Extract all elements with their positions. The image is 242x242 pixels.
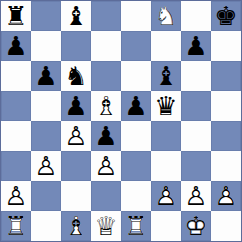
- black-bishop-f6[interactable]: ♝: [151, 61, 181, 91]
- black-pawn-e5[interactable]: ♟: [121, 91, 151, 121]
- square-h3[interactable]: [211, 151, 241, 181]
- piece-glyph: ♛: [151, 91, 181, 121]
- square-d6[interactable]: [91, 61, 121, 91]
- square-e3[interactable]: [121, 151, 151, 181]
- chess-board: ♜♝♞♘♚♟♟♟♞♝♟♝♗♟♛♟♙♟♟♙♟♙♟♙♟♙♟♙♟♙♜♖♝♗♛♕♜♖♚♔: [0, 0, 242, 242]
- piece-glyph: ♝: [151, 61, 181, 91]
- square-f5[interactable]: ♛: [151, 91, 181, 121]
- black-pawn-c5[interactable]: ♟: [61, 91, 91, 121]
- black-pawn-d4[interactable]: ♟: [91, 121, 121, 151]
- white-pawn-c4[interactable]: ♟♙: [61, 121, 91, 151]
- white-pawn-a2[interactable]: ♟♙: [1, 181, 31, 211]
- square-d3[interactable]: ♟♙: [91, 151, 121, 181]
- black-king-h8[interactable]: ♚: [211, 1, 241, 31]
- square-d4[interactable]: ♟: [91, 121, 121, 151]
- square-c7[interactable]: [61, 31, 91, 61]
- piece-outline-glyph: ♙: [211, 181, 241, 211]
- black-pawn-b6[interactable]: ♟: [31, 61, 61, 91]
- square-a7[interactable]: ♟: [1, 31, 31, 61]
- piece-outline-glyph: ♘: [151, 1, 181, 31]
- black-pawn-g7[interactable]: ♟: [181, 31, 211, 61]
- square-e7[interactable]: [121, 31, 151, 61]
- piece-glyph: ♞: [61, 61, 91, 91]
- square-h5[interactable]: [211, 91, 241, 121]
- square-b6[interactable]: ♟: [31, 61, 61, 91]
- piece-glyph: ♝: [61, 1, 91, 31]
- square-h2[interactable]: ♟♙: [211, 181, 241, 211]
- piece-outline-glyph: ♙: [61, 121, 91, 151]
- square-h6[interactable]: [211, 61, 241, 91]
- square-a1[interactable]: ♜♖: [1, 211, 31, 241]
- white-bishop-c1[interactable]: ♝♗: [61, 211, 91, 241]
- piece-glyph: ♟: [181, 31, 211, 61]
- square-a2[interactable]: ♟♙: [1, 181, 31, 211]
- square-h1[interactable]: [211, 211, 241, 241]
- piece-glyph: ♚: [211, 1, 241, 31]
- square-a3[interactable]: [1, 151, 31, 181]
- white-pawn-h2[interactable]: ♟♙: [211, 181, 241, 211]
- square-c1[interactable]: ♝♗: [61, 211, 91, 241]
- square-d7[interactable]: [91, 31, 121, 61]
- square-c2[interactable]: [61, 181, 91, 211]
- square-g8[interactable]: [181, 1, 211, 31]
- square-h8[interactable]: ♚: [211, 1, 241, 31]
- white-queen-d1[interactable]: ♛♕: [91, 211, 121, 241]
- piece-glyph: ♟: [1, 31, 31, 61]
- square-d8[interactable]: [91, 1, 121, 31]
- piece-outline-glyph: ♗: [61, 211, 91, 241]
- square-f7[interactable]: [151, 31, 181, 61]
- piece-outline-glyph: ♙: [151, 181, 181, 211]
- square-a6[interactable]: [1, 61, 31, 91]
- square-g5[interactable]: [181, 91, 211, 121]
- piece-outline-glyph: ♖: [121, 211, 151, 241]
- white-pawn-f2[interactable]: ♟♙: [151, 181, 181, 211]
- square-g6[interactable]: [181, 61, 211, 91]
- square-f4[interactable]: [151, 121, 181, 151]
- piece-outline-glyph: ♕: [91, 211, 121, 241]
- square-b7[interactable]: [31, 31, 61, 61]
- black-rook-a8[interactable]: ♜: [1, 1, 31, 31]
- piece-outline-glyph: ♖: [1, 211, 31, 241]
- square-a4[interactable]: [1, 121, 31, 151]
- white-pawn-g2[interactable]: ♟♙: [181, 181, 211, 211]
- white-rook-a1[interactable]: ♜♖: [1, 211, 31, 241]
- piece-outline-glyph: ♙: [31, 151, 61, 181]
- square-c8[interactable]: ♝: [61, 1, 91, 31]
- white-king-g1[interactable]: ♚♔: [181, 211, 211, 241]
- square-g4[interactable]: [181, 121, 211, 151]
- square-a8[interactable]: ♜: [1, 1, 31, 31]
- square-g1[interactable]: ♚♔: [181, 211, 211, 241]
- piece-outline-glyph: ♗: [91, 91, 121, 121]
- white-bishop-d5[interactable]: ♝♗: [91, 91, 121, 121]
- square-b8[interactable]: [31, 1, 61, 31]
- white-rook-e1[interactable]: ♜♖: [121, 211, 151, 241]
- square-d1[interactable]: ♛♕: [91, 211, 121, 241]
- white-pawn-d3[interactable]: ♟♙: [91, 151, 121, 181]
- piece-outline-glyph: ♙: [1, 181, 31, 211]
- square-g7[interactable]: ♟: [181, 31, 211, 61]
- square-f6[interactable]: ♝: [151, 61, 181, 91]
- square-c5[interactable]: ♟: [61, 91, 91, 121]
- square-e8[interactable]: [121, 1, 151, 31]
- square-h4[interactable]: [211, 121, 241, 151]
- square-e6[interactable]: [121, 61, 151, 91]
- square-g2[interactable]: ♟♙: [181, 181, 211, 211]
- square-f1[interactable]: [151, 211, 181, 241]
- piece-outline-glyph: ♔: [181, 211, 211, 241]
- square-c6[interactable]: ♞: [61, 61, 91, 91]
- white-pawn-b3[interactable]: ♟♙: [31, 151, 61, 181]
- piece-glyph: ♟: [91, 121, 121, 151]
- square-b1[interactable]: [31, 211, 61, 241]
- square-b2[interactable]: [31, 181, 61, 211]
- black-bishop-c8[interactable]: ♝: [61, 1, 91, 31]
- black-queen-f5[interactable]: ♛: [151, 91, 181, 121]
- piece-glyph: ♟: [31, 61, 61, 91]
- piece-glyph: ♜: [1, 1, 31, 31]
- piece-glyph: ♟: [61, 91, 91, 121]
- piece-outline-glyph: ♙: [91, 151, 121, 181]
- piece-outline-glyph: ♙: [181, 181, 211, 211]
- square-d2[interactable]: [91, 181, 121, 211]
- square-b3[interactable]: ♟♙: [31, 151, 61, 181]
- square-e2[interactable]: [121, 181, 151, 211]
- square-e4[interactable]: [121, 121, 151, 151]
- square-e1[interactable]: ♜♖: [121, 211, 151, 241]
- square-c3[interactable]: [61, 151, 91, 181]
- square-f8[interactable]: ♞♘: [151, 1, 181, 31]
- square-f2[interactable]: ♟♙: [151, 181, 181, 211]
- black-pawn-a7[interactable]: ♟: [1, 31, 31, 61]
- square-a5[interactable]: [1, 91, 31, 121]
- piece-glyph: ♟: [121, 91, 151, 121]
- square-b4[interactable]: [31, 121, 61, 151]
- white-knight-f8[interactable]: ♞♘: [151, 1, 181, 31]
- square-h7[interactable]: [211, 31, 241, 61]
- square-c4[interactable]: ♟♙: [61, 121, 91, 151]
- square-e5[interactable]: ♟: [121, 91, 151, 121]
- square-b5[interactable]: [31, 91, 61, 121]
- square-d5[interactable]: ♝♗: [91, 91, 121, 121]
- chess-board-wrap: ♜♝♞♘♚♟♟♟♞♝♟♝♗♟♛♟♙♟♟♙♟♙♟♙♟♙♟♙♟♙♜♖♝♗♛♕♜♖♚♔: [0, 0, 242, 242]
- black-knight-c6[interactable]: ♞: [61, 61, 91, 91]
- square-g3[interactable]: [181, 151, 211, 181]
- square-f3[interactable]: [151, 151, 181, 181]
